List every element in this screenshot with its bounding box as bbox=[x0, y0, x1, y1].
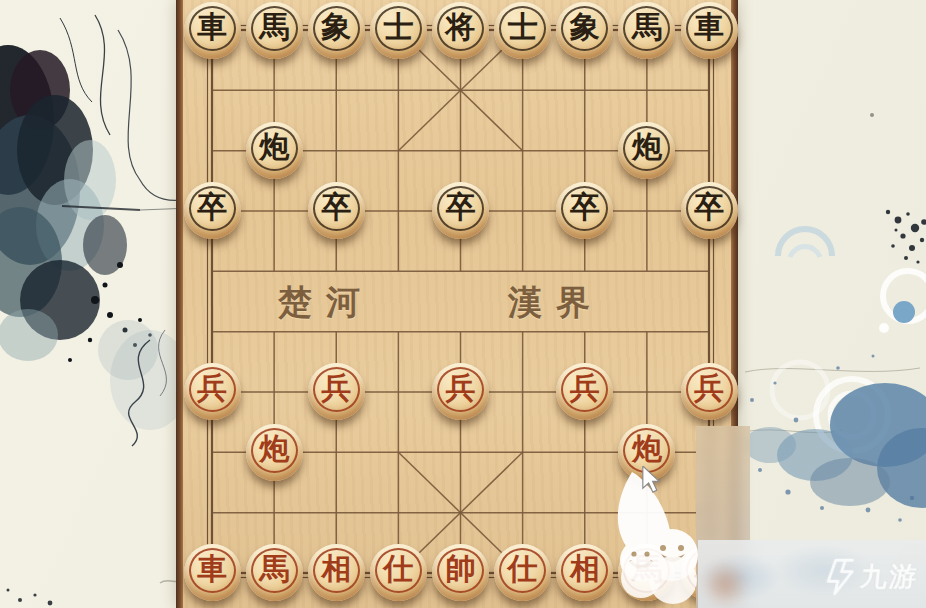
piece-glyph: 仕 bbox=[494, 541, 551, 598]
piece-glyph: 馬 bbox=[246, 0, 303, 56]
jiuyou-logo-icon bbox=[824, 556, 858, 598]
piece-red-general[interactable]: 帥 bbox=[432, 544, 489, 601]
piece-black-horse[interactable]: 馬 bbox=[618, 2, 675, 59]
piece-glyph: 相 bbox=[308, 541, 365, 598]
piece-glyph: 卒 bbox=[308, 179, 365, 236]
piece-black-soldier[interactable]: 卒 bbox=[681, 182, 738, 239]
piece-black-chariot[interactable]: 車 bbox=[681, 2, 738, 59]
piece-red-elephant[interactable]: 相 bbox=[308, 544, 365, 601]
piece-glyph: 炮 bbox=[246, 421, 303, 478]
ink-collage-left bbox=[0, 15, 192, 605]
piece-glyph: 卒 bbox=[681, 179, 738, 236]
piece-black-chariot[interactable]: 車 bbox=[184, 2, 241, 59]
piece-glyph: 卒 bbox=[556, 179, 613, 236]
piece-black-advisor[interactable]: 士 bbox=[370, 2, 427, 59]
piece-black-horse[interactable]: 馬 bbox=[246, 2, 303, 59]
piece-black-elephant[interactable]: 象 bbox=[556, 2, 613, 59]
piece-red-horse[interactable]: 馬 bbox=[246, 544, 303, 601]
river-label-left: 楚河 bbox=[278, 280, 374, 324]
piece-glyph: 象 bbox=[308, 0, 365, 56]
piece-red-soldier[interactable]: 兵 bbox=[556, 363, 613, 420]
piece-red-chariot[interactable]: 車 bbox=[184, 544, 241, 601]
river-label-right: 漢界 bbox=[508, 280, 604, 324]
piece-red-soldier[interactable]: 兵 bbox=[432, 363, 489, 420]
piece-red-soldier[interactable]: 兵 bbox=[681, 363, 738, 420]
piece-black-soldier[interactable]: 卒 bbox=[184, 182, 241, 239]
piece-glyph: 兵 bbox=[432, 360, 489, 417]
piece-black-cannon[interactable]: 炮 bbox=[246, 122, 303, 179]
piece-glyph: 車 bbox=[184, 541, 241, 598]
piece-red-soldier[interactable]: 兵 bbox=[184, 363, 241, 420]
piece-glyph: 卒 bbox=[184, 179, 241, 236]
piece-glyph: 士 bbox=[494, 0, 551, 56]
piece-black-general[interactable]: 将 bbox=[432, 2, 489, 59]
piece-glyph: 兵 bbox=[184, 360, 241, 417]
piece-red-soldier[interactable]: 兵 bbox=[308, 363, 365, 420]
piece-black-soldier[interactable]: 卒 bbox=[556, 182, 613, 239]
piece-glyph: 士 bbox=[370, 0, 427, 56]
mouse-cursor-icon bbox=[641, 466, 661, 494]
piece-black-advisor[interactable]: 士 bbox=[494, 2, 551, 59]
piece-glyph: 将 bbox=[432, 0, 489, 56]
piece-glyph: 車 bbox=[681, 0, 738, 56]
piece-glyph: 車 bbox=[184, 0, 241, 56]
piece-glyph: 兵 bbox=[681, 360, 738, 417]
piece-red-cannon[interactable]: 炮 bbox=[246, 424, 303, 481]
piece-glyph: 兵 bbox=[556, 360, 613, 417]
piece-black-soldier[interactable]: 卒 bbox=[308, 182, 365, 239]
piece-glyph: 馬 bbox=[618, 0, 675, 56]
watercolor-right bbox=[740, 113, 926, 522]
piece-black-cannon[interactable]: 炮 bbox=[618, 122, 675, 179]
piece-black-elephant[interactable]: 象 bbox=[308, 2, 365, 59]
jiuyou-watermark: 九游 bbox=[823, 548, 926, 606]
game-screen: 楚河 漢界 車馬象士将士象馬車炮炮卒卒卒卒卒兵兵兵兵兵炮炮車馬相仕帥仕相馬車 bbox=[0, 0, 926, 608]
piece-glyph: 帥 bbox=[432, 541, 489, 598]
piece-black-soldier[interactable]: 卒 bbox=[432, 182, 489, 239]
piece-glyph: 象 bbox=[556, 0, 613, 56]
piece-glyph: 馬 bbox=[246, 541, 303, 598]
piece-red-advisor[interactable]: 仕 bbox=[370, 544, 427, 601]
piece-glyph: 仕 bbox=[370, 541, 427, 598]
piece-glyph: 炮 bbox=[618, 119, 675, 176]
piece-red-advisor[interactable]: 仕 bbox=[494, 544, 551, 601]
piece-glyph: 兵 bbox=[308, 360, 365, 417]
piece-glyph: 炮 bbox=[246, 119, 303, 176]
watermark-text: 九游 bbox=[858, 559, 920, 595]
piece-glyph: 卒 bbox=[432, 179, 489, 236]
